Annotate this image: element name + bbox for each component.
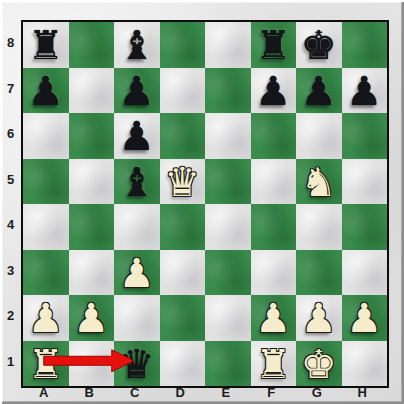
square-e5[interactable] [205, 159, 251, 205]
square-e8[interactable] [205, 22, 251, 68]
square-g3[interactable] [296, 250, 342, 296]
square-d6[interactable] [160, 113, 206, 159]
rank-label-3: 3 [0, 248, 21, 294]
square-b5[interactable] [69, 159, 115, 205]
piece-black-pawn[interactable]: ♟ [342, 68, 388, 114]
square-a1[interactable]: ♜ [23, 341, 69, 387]
square-g4[interactable] [296, 204, 342, 250]
piece-white-pawn[interactable]: ♟ [251, 295, 297, 341]
piece-black-pawn[interactable]: ♟ [296, 68, 342, 114]
square-a5[interactable] [23, 159, 69, 205]
piece-white-pawn[interactable]: ♟ [69, 295, 115, 341]
square-g8[interactable]: ♚ [296, 22, 342, 68]
file-label-A: A [21, 384, 67, 402]
piece-white-rook[interactable]: ♜ [23, 341, 69, 387]
square-d2[interactable] [160, 295, 206, 341]
square-d5[interactable]: ♛ [160, 159, 206, 205]
square-f2[interactable]: ♟ [251, 295, 297, 341]
square-a3[interactable] [23, 250, 69, 296]
square-a6[interactable] [23, 113, 69, 159]
square-f3[interactable] [251, 250, 297, 296]
square-g2[interactable]: ♟ [296, 295, 342, 341]
rank-label-1: 1 [0, 339, 21, 385]
piece-black-bishop[interactable]: ♝ [114, 159, 160, 205]
piece-black-king[interactable]: ♚ [296, 22, 342, 68]
piece-white-pawn[interactable]: ♟ [114, 250, 160, 296]
square-h6[interactable] [342, 113, 388, 159]
square-g6[interactable] [296, 113, 342, 159]
square-d4[interactable] [160, 204, 206, 250]
square-b7[interactable] [69, 68, 115, 114]
rank-label-6: 6 [0, 111, 21, 157]
piece-black-queen[interactable]: ♛ [114, 341, 160, 387]
piece-white-pawn[interactable]: ♟ [342, 295, 388, 341]
piece-white-pawn[interactable]: ♟ [296, 295, 342, 341]
square-b4[interactable] [69, 204, 115, 250]
square-e7[interactable] [205, 68, 251, 114]
square-h7[interactable]: ♟ [342, 68, 388, 114]
rank-label-8: 8 [0, 20, 21, 66]
square-c4[interactable] [114, 204, 160, 250]
rank-label-5: 5 [0, 157, 21, 203]
square-g7[interactable]: ♟ [296, 68, 342, 114]
piece-black-bishop[interactable]: ♝ [114, 22, 160, 68]
square-f8[interactable]: ♜ [251, 22, 297, 68]
file-labels: ABCDEFGH [21, 384, 385, 402]
piece-white-rook[interactable]: ♜ [251, 341, 297, 387]
square-f5[interactable] [251, 159, 297, 205]
square-a7[interactable]: ♟ [23, 68, 69, 114]
square-a8[interactable]: ♜ [23, 22, 69, 68]
square-c6[interactable]: ♟ [114, 113, 160, 159]
square-f7[interactable]: ♟ [251, 68, 297, 114]
rank-label-7: 7 [0, 66, 21, 112]
square-g5[interactable]: ♞ [296, 159, 342, 205]
piece-white-queen[interactable]: ♛ [160, 159, 206, 205]
file-label-F: F [249, 384, 295, 402]
square-f6[interactable] [251, 113, 297, 159]
square-d1[interactable] [160, 341, 206, 387]
piece-white-knight[interactable]: ♞ [296, 159, 342, 205]
square-c5[interactable]: ♝ [114, 159, 160, 205]
square-g1[interactable]: ♚ [296, 341, 342, 387]
piece-black-pawn[interactable]: ♟ [114, 68, 160, 114]
square-a2[interactable]: ♟ [23, 295, 69, 341]
square-d3[interactable] [160, 250, 206, 296]
file-label-D: D [158, 384, 204, 402]
file-label-G: G [294, 384, 340, 402]
piece-black-pawn[interactable]: ♟ [251, 68, 297, 114]
square-h8[interactable] [342, 22, 388, 68]
square-b6[interactable] [69, 113, 115, 159]
square-c7[interactable]: ♟ [114, 68, 160, 114]
square-c8[interactable]: ♝ [114, 22, 160, 68]
rank-label-4: 4 [0, 202, 21, 248]
piece-white-pawn[interactable]: ♟ [23, 295, 69, 341]
square-f4[interactable] [251, 204, 297, 250]
file-label-B: B [67, 384, 113, 402]
square-e3[interactable] [205, 250, 251, 296]
rank-labels: 87654321 [0, 20, 21, 384]
piece-black-rook[interactable]: ♜ [251, 22, 297, 68]
square-d7[interactable] [160, 68, 206, 114]
piece-black-pawn[interactable]: ♟ [23, 68, 69, 114]
square-b1[interactable] [69, 341, 115, 387]
square-b3[interactable] [69, 250, 115, 296]
square-b8[interactable] [69, 22, 115, 68]
file-label-E: E [203, 384, 249, 402]
square-e6[interactable] [205, 113, 251, 159]
piece-white-king[interactable]: ♚ [296, 341, 342, 387]
square-h2[interactable]: ♟ [342, 295, 388, 341]
square-e2[interactable] [205, 295, 251, 341]
square-e1[interactable] [205, 341, 251, 387]
square-b2[interactable]: ♟ [69, 295, 115, 341]
square-c2[interactable] [114, 295, 160, 341]
square-h3[interactable] [342, 250, 388, 296]
square-c1[interactable]: ♛ [114, 341, 160, 387]
chess-board: ♜♝♜♚♟♟♟♟♟♟♝♛♞♟♟♟♟♟♟♜♛♜♚ [21, 20, 389, 388]
file-label-C: C [112, 384, 158, 402]
square-h5[interactable] [342, 159, 388, 205]
rank-label-2: 2 [0, 293, 21, 339]
square-e4[interactable] [205, 204, 251, 250]
square-a4[interactable] [23, 204, 69, 250]
piece-black-rook[interactable]: ♜ [23, 22, 69, 68]
marble-frame: 87654321 ♜♝♜♚♟♟♟♟♟♟♝♛♞♟♟♟♟♟♟♜♛♜♚ ABCDEFG… [0, 0, 404, 404]
square-f1[interactable]: ♜ [251, 341, 297, 387]
square-h1[interactable] [342, 341, 388, 387]
piece-black-pawn[interactable]: ♟ [114, 113, 160, 159]
square-h4[interactable] [342, 204, 388, 250]
square-d8[interactable] [160, 22, 206, 68]
file-label-H: H [340, 384, 386, 402]
square-c3[interactable]: ♟ [114, 250, 160, 296]
